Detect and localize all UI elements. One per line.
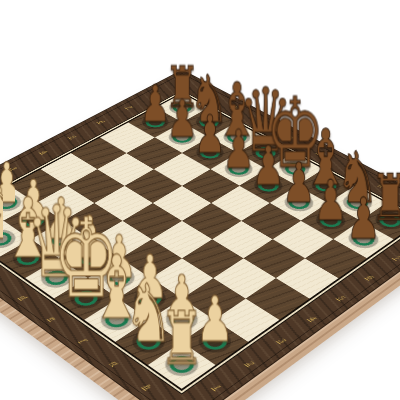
chess-board: abcdefgh abcdefgh 87654321 87654321 ♜♞♝♛… <box>0 70 400 400</box>
coordinate-label: 7 <box>378 245 400 271</box>
white-rook[interactable]: ♜ <box>160 302 204 375</box>
product-photo-scene: abcdefgh abcdefgh 87654321 87654321 ♜♞♝♛… <box>0 0 400 400</box>
